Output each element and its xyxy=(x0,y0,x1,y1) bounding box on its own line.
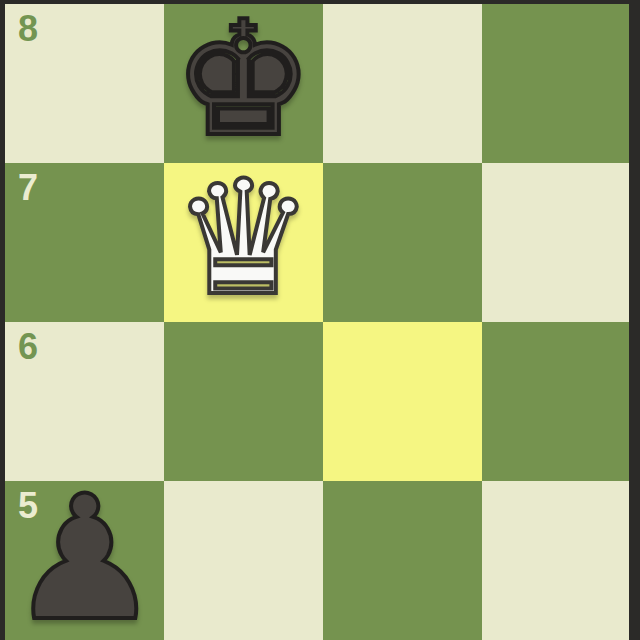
square-b5[interactable] xyxy=(164,481,323,640)
square-c6[interactable] xyxy=(323,322,482,481)
square-c8[interactable] xyxy=(323,4,482,163)
white-queen[interactable]: ♛ xyxy=(173,159,315,318)
square-a8[interactable]: 8 xyxy=(5,4,164,163)
square-d8[interactable] xyxy=(482,4,640,163)
app-window: 8♚7♛65♟ xyxy=(0,0,640,640)
window-background-strip xyxy=(629,0,640,640)
square-b7[interactable]: ♛ xyxy=(164,163,323,322)
board: 8♚7♛65♟ xyxy=(5,4,640,640)
rank-label-8: 8 xyxy=(18,9,38,49)
rank-label-6: 6 xyxy=(18,327,38,367)
black-king[interactable]: ♚ xyxy=(173,0,315,159)
square-d5[interactable] xyxy=(482,481,640,640)
square-a5[interactable]: 5♟ xyxy=(5,481,164,640)
square-d7[interactable] xyxy=(482,163,640,322)
square-c7[interactable] xyxy=(323,163,482,322)
black-pawn[interactable]: ♟ xyxy=(7,479,161,638)
square-b6[interactable] xyxy=(164,322,323,481)
square-d6[interactable] xyxy=(482,322,640,481)
square-c5[interactable] xyxy=(323,481,482,640)
rank-label-7: 7 xyxy=(18,168,38,208)
square-b8[interactable]: ♚ xyxy=(164,4,323,163)
square-a7[interactable]: 7 xyxy=(5,163,164,322)
